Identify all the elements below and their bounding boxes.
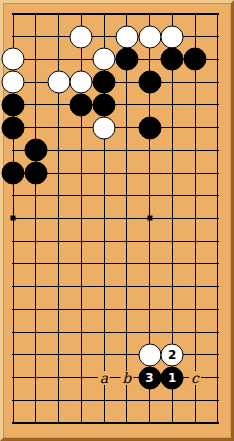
black-stone [138, 116, 161, 139]
white-stone [138, 343, 161, 366]
white-stone [93, 48, 116, 71]
grid-line-horizontal [12, 354, 219, 355]
white-stone [70, 71, 93, 94]
move-number: 1 [168, 372, 176, 384]
grid-line-horizontal [12, 309, 219, 310]
white-stone [93, 116, 116, 139]
board-edge-line [12, 13, 219, 15]
white-stone [115, 25, 138, 48]
black-stone: 3 [138, 366, 161, 389]
black-stone [24, 162, 47, 185]
white-stone [161, 25, 184, 48]
white-stone [2, 71, 25, 94]
white-stone [47, 71, 70, 94]
grid-line-horizontal [12, 218, 219, 219]
grid-line-horizontal [12, 332, 219, 333]
white-stone [2, 48, 25, 71]
point-label-c: c [189, 371, 201, 385]
black-stone [70, 93, 93, 116]
grid-line-horizontal [12, 241, 219, 242]
point-label-b: b [120, 371, 133, 385]
black-stone [161, 48, 184, 71]
black-stone [2, 116, 25, 139]
point-label-a: a [98, 371, 110, 385]
board-edge-line [12, 422, 219, 424]
black-stone [115, 48, 138, 71]
black-stone [184, 48, 207, 71]
move-number: 3 [145, 372, 153, 384]
star-point [11, 216, 16, 221]
black-stone [24, 139, 47, 162]
black-stone [2, 93, 25, 116]
grid-line-horizontal [12, 377, 219, 378]
go-diagram: 231abc [0, 0, 234, 441]
star-point [147, 216, 152, 221]
white-stone: 2 [161, 343, 184, 366]
black-stone [93, 93, 116, 116]
black-stone: 1 [161, 366, 184, 389]
grid-line-horizontal [12, 286, 219, 287]
grid-line-horizontal [12, 263, 219, 264]
move-number: 2 [168, 349, 176, 361]
grid-line-horizontal [12, 195, 219, 196]
grid-line-horizontal [12, 400, 219, 401]
white-stone [70, 25, 93, 48]
black-stone [2, 162, 25, 185]
black-stone [138, 71, 161, 94]
black-stone [93, 71, 116, 94]
go-board: 231abc [3, 3, 231, 438]
white-stone [138, 25, 161, 48]
